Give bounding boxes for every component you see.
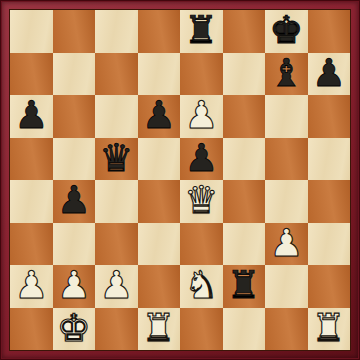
piece-black-pawn-e5: ♟ [184, 139, 218, 177]
square-c7[interactable] [95, 53, 138, 96]
square-a2[interactable]: ♟ [10, 265, 53, 308]
square-c2[interactable]: ♟ [95, 265, 138, 308]
square-e3[interactable] [180, 223, 223, 266]
square-c8[interactable] [95, 10, 138, 53]
square-b7[interactable] [53, 53, 96, 96]
square-b5[interactable] [53, 138, 96, 181]
square-f5[interactable] [223, 138, 266, 181]
piece-white-pawn-g3: ♟ [269, 224, 303, 262]
square-c6[interactable] [95, 95, 138, 138]
square-f8[interactable] [223, 10, 266, 53]
square-f3[interactable] [223, 223, 266, 266]
square-f1[interactable] [223, 308, 266, 351]
square-a7[interactable] [10, 53, 53, 96]
square-c5[interactable]: ♛ [95, 138, 138, 181]
square-g6[interactable] [265, 95, 308, 138]
piece-black-pawn-a6: ♟ [14, 96, 48, 134]
square-d3[interactable] [138, 223, 181, 266]
piece-black-rook-e8: ♜ [184, 11, 218, 49]
square-g7[interactable]: ♝ [265, 53, 308, 96]
square-g3[interactable]: ♟ [265, 223, 308, 266]
square-h1[interactable]: ♜ [308, 308, 351, 351]
square-a5[interactable] [10, 138, 53, 181]
square-d6[interactable]: ♟ [138, 95, 181, 138]
square-d1[interactable]: ♜ [138, 308, 181, 351]
square-d5[interactable] [138, 138, 181, 181]
square-g8[interactable]: ♚ [265, 10, 308, 53]
board-frame: ♜♚♝♟♟♟♟♛♟♟♛♟♟♟♟♞♜♚♜♜ [0, 0, 360, 360]
piece-white-king-b1: ♚ [57, 309, 91, 347]
square-c1[interactable] [95, 308, 138, 351]
piece-white-rook-d1: ♜ [142, 309, 176, 347]
square-f7[interactable] [223, 53, 266, 96]
square-e6[interactable]: ♟ [180, 95, 223, 138]
piece-white-queen-e4: ♛ [184, 181, 218, 219]
piece-black-pawn-b4: ♟ [57, 181, 91, 219]
chess-board: ♜♚♝♟♟♟♟♛♟♟♛♟♟♟♟♞♜♚♜♜ [10, 10, 350, 350]
square-h3[interactable] [308, 223, 351, 266]
piece-white-knight-e2: ♞ [184, 266, 218, 304]
square-d7[interactable] [138, 53, 181, 96]
square-a4[interactable] [10, 180, 53, 223]
square-g5[interactable] [265, 138, 308, 181]
square-a6[interactable]: ♟ [10, 95, 53, 138]
piece-white-pawn-b2: ♟ [57, 266, 91, 304]
piece-black-king-g8: ♚ [269, 11, 303, 49]
square-e7[interactable] [180, 53, 223, 96]
square-h5[interactable] [308, 138, 351, 181]
piece-black-pawn-d6: ♟ [142, 96, 176, 134]
square-e5[interactable]: ♟ [180, 138, 223, 181]
square-h6[interactable] [308, 95, 351, 138]
piece-black-bishop-g7: ♝ [269, 54, 303, 92]
square-f4[interactable] [223, 180, 266, 223]
square-a8[interactable] [10, 10, 53, 53]
square-d4[interactable] [138, 180, 181, 223]
square-e1[interactable] [180, 308, 223, 351]
square-c3[interactable] [95, 223, 138, 266]
square-b8[interactable] [53, 10, 96, 53]
square-e2[interactable]: ♞ [180, 265, 223, 308]
piece-white-pawn-e6: ♟ [184, 96, 218, 134]
piece-black-pawn-h7: ♟ [312, 54, 346, 92]
square-g1[interactable] [265, 308, 308, 351]
square-h8[interactable] [308, 10, 351, 53]
square-b3[interactable] [53, 223, 96, 266]
piece-black-queen-c5: ♛ [99, 139, 133, 177]
square-g4[interactable] [265, 180, 308, 223]
square-e4[interactable]: ♛ [180, 180, 223, 223]
square-a3[interactable] [10, 223, 53, 266]
square-h2[interactable] [308, 265, 351, 308]
piece-white-pawn-c2: ♟ [99, 266, 133, 304]
square-b6[interactable] [53, 95, 96, 138]
square-g2[interactable] [265, 265, 308, 308]
square-c4[interactable] [95, 180, 138, 223]
square-h7[interactable]: ♟ [308, 53, 351, 96]
square-d8[interactable] [138, 10, 181, 53]
square-b1[interactable]: ♚ [53, 308, 96, 351]
square-b4[interactable]: ♟ [53, 180, 96, 223]
square-a1[interactable] [10, 308, 53, 351]
square-f6[interactable] [223, 95, 266, 138]
square-h4[interactable] [308, 180, 351, 223]
square-f2[interactable]: ♜ [223, 265, 266, 308]
square-e8[interactable]: ♜ [180, 10, 223, 53]
square-d2[interactable] [138, 265, 181, 308]
square-b2[interactable]: ♟ [53, 265, 96, 308]
piece-white-pawn-a2: ♟ [14, 266, 48, 304]
piece-black-rook-f2: ♜ [227, 266, 261, 304]
piece-white-rook-h1: ♜ [312, 309, 346, 347]
